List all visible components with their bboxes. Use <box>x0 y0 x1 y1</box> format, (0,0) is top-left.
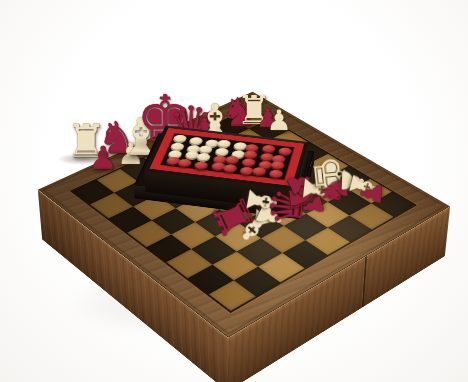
draughts-disc-white <box>172 134 187 142</box>
draughts-disc-red <box>211 162 227 171</box>
draughts-disc-white <box>214 147 229 156</box>
board-square <box>328 215 372 242</box>
board-square <box>147 234 192 262</box>
scene: ♜♟♞♟♝♚♛♟♝♞♜♟♟ ♜♝♟♝♛♞♟♝♚♞♟♝♟♟ <box>0 0 468 382</box>
draughts-disc-red <box>258 161 273 170</box>
photo-stage: ♜♟♞♟♝♚♛♟♝♞♜♟♟ ♜♝♟♝♛♞♟♝♚♞♟♝♟♟ <box>0 0 468 382</box>
draughts-disc-white <box>167 150 183 159</box>
draughts-disc-red <box>268 169 283 178</box>
draughts-disc-red <box>241 158 256 167</box>
board-square <box>282 240 328 268</box>
draughts-disc-red <box>261 145 276 153</box>
board-square <box>108 206 152 232</box>
draughts-disc-red <box>177 158 193 167</box>
draughts-disc-white <box>196 153 212 162</box>
board-square <box>306 202 350 228</box>
draughts-disc-red <box>224 155 239 164</box>
board-square <box>350 203 394 229</box>
draughts-disc-red <box>271 154 286 163</box>
draughts-disc-red <box>252 166 267 175</box>
board-square <box>127 220 171 247</box>
board-square <box>192 236 237 264</box>
board-square <box>258 253 304 282</box>
draughts-disc-white <box>198 145 213 153</box>
board-square <box>212 251 258 280</box>
board-square <box>196 210 240 236</box>
board-square <box>305 227 350 255</box>
board-square <box>216 224 261 251</box>
board-square <box>171 222 215 249</box>
draughts-disc-white <box>216 139 231 147</box>
board-square <box>187 264 234 294</box>
rook-glyph: ♜ <box>65 118 106 164</box>
draughts-disc-red <box>165 156 181 165</box>
draughts-disc-red <box>260 152 275 161</box>
draughts-disc-red <box>243 150 258 159</box>
draughts-disc-red <box>212 155 228 164</box>
board-square <box>167 249 213 278</box>
board-square <box>234 266 281 296</box>
draughts-disc-white <box>170 142 186 150</box>
board-square <box>237 238 282 266</box>
draughts-disc-red <box>222 164 238 173</box>
draughts-disc-red <box>239 166 255 175</box>
draughts-disc-tray <box>163 135 292 178</box>
draughts-disc-red <box>270 161 285 170</box>
board-square <box>152 208 196 234</box>
board-square <box>260 226 305 253</box>
draughts-disc-red <box>193 161 209 170</box>
draughts-disc-white <box>188 137 203 145</box>
board-square <box>209 280 256 311</box>
